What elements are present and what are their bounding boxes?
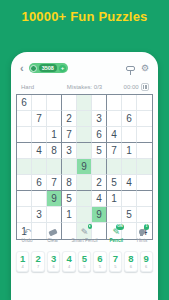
cell-r4c8[interactable]: 1 — [122, 143, 137, 159]
clear-button[interactable]: Clear — [46, 227, 60, 243]
timer-label: 00:00 — [124, 84, 139, 90]
ad-badge-icon — [88, 224, 93, 229]
cell-r6c9[interactable] — [137, 175, 152, 191]
cell-r1c7[interactable] — [107, 95, 122, 111]
cell-r4c5[interactable] — [77, 143, 92, 159]
cell-r6c5[interactable] — [77, 175, 92, 191]
key-remaining-count: 6 — [130, 265, 132, 269]
settings-gear-icon[interactable]: ⚙ — [141, 64, 149, 73]
cell-r1c8[interactable] — [122, 95, 137, 111]
cell-r1c3[interactable] — [47, 95, 62, 111]
key-digit: 5 — [82, 254, 87, 264]
cell-r7c7[interactable]: 1 — [107, 191, 122, 207]
cell-r6c8[interactable]: 4 — [122, 175, 137, 191]
undo-button[interactable]: ↶Undo — [20, 227, 34, 243]
cell-r5c9[interactable] — [137, 159, 152, 175]
cell-r4c3[interactable]: 8 — [47, 143, 62, 159]
cell-r4c6[interactable]: 5 — [92, 143, 107, 159]
cell-r7c4[interactable]: 5 — [62, 191, 77, 207]
action-bar: ↶UndoClear✎Smart Pencil✎ONPencil1Hints — [11, 227, 158, 243]
cell-r2c4[interactable]: 2 — [62, 111, 77, 127]
screenshot-root: 10000+ Fun Puzzles ‹ 3508 + ⚙ Hard Mista… — [0, 0, 169, 300]
cell-r7c9[interactable] — [137, 191, 152, 207]
key-digit: 4 — [66, 254, 71, 264]
coin-count: 3508 — [39, 64, 57, 72]
numpad-key-6[interactable]: 65 — [93, 251, 106, 272]
game-header: ‹ 3508 + ⚙ — [11, 61, 158, 75]
cell-r2c8[interactable]: 6 — [122, 111, 137, 127]
key-remaining-count: 5 — [99, 265, 101, 269]
cell-r5c1[interactable] — [17, 159, 32, 175]
cell-r8c3[interactable] — [47, 207, 62, 223]
cell-r5c6[interactable] — [92, 159, 107, 175]
cell-r7c3[interactable]: 9 — [47, 191, 62, 207]
key-remaining-count: 6 — [52, 265, 54, 269]
cell-r6c6[interactable]: 2 — [92, 175, 107, 191]
cell-r3c9[interactable] — [137, 127, 152, 143]
key-remaining-count: 5 — [114, 265, 116, 269]
cell-r3c8[interactable] — [122, 127, 137, 143]
cell-r8c7[interactable] — [107, 207, 122, 223]
cell-r6c7[interactable]: 5 — [107, 175, 122, 191]
cell-r3c5[interactable] — [77, 127, 92, 143]
cell-r1c4[interactable] — [62, 95, 77, 111]
status-row: Hard Mistakes: 0/3 00:00 — [11, 83, 158, 91]
promo-banner-title: 10000+ Fun Puzzles — [0, 9, 169, 24]
cell-r5c8[interactable] — [122, 159, 137, 175]
add-coins-button[interactable]: + — [59, 65, 66, 72]
number-pad: 142736445565758696 — [11, 251, 158, 272]
cell-r8c9[interactable] — [137, 207, 152, 223]
key-digit: 2 — [36, 254, 41, 264]
cell-r8c1[interactable] — [17, 207, 32, 223]
cell-r5c2[interactable] — [32, 159, 47, 175]
numpad-key-4[interactable]: 44 — [62, 251, 75, 272]
smart-pencil-button[interactable]: ✎Smart Pencil — [71, 227, 97, 243]
undo-label: Undo — [22, 238, 33, 243]
cell-r2c3[interactable] — [47, 111, 62, 127]
cell-r6c3[interactable]: 7 — [47, 175, 62, 191]
clear-label: Clear — [47, 238, 58, 243]
cell-r3c6[interactable]: 6 — [92, 127, 107, 143]
coin-icon — [30, 65, 37, 72]
cell-r1c9[interactable] — [137, 95, 152, 111]
numpad-key-7[interactable]: 75 — [109, 251, 122, 272]
key-remaining-count: 4 — [22, 265, 24, 269]
numpad-key-9[interactable]: 96 — [140, 251, 153, 272]
cell-r2c2[interactable]: 7 — [32, 111, 47, 127]
cell-r8c4[interactable]: 1 — [62, 207, 77, 223]
numpad-key-2[interactable]: 27 — [31, 251, 44, 272]
cell-r5c4[interactable] — [62, 159, 77, 175]
hints-button[interactable]: 1Hints — [135, 227, 149, 243]
cell-r8c5[interactable] — [77, 207, 92, 223]
cell-r3c1[interactable] — [17, 127, 32, 143]
key-digit: 6 — [97, 254, 102, 264]
cell-r7c1[interactable] — [17, 191, 32, 207]
key-remaining-count: 6 — [145, 265, 147, 269]
cell-r1c6[interactable] — [92, 95, 107, 111]
undo-icon: ↶ — [23, 227, 31, 237]
hints-badge: 1 — [144, 224, 149, 230]
cell-r1c2[interactable] — [32, 95, 47, 111]
cell-r7c8[interactable] — [122, 191, 137, 207]
key-digit: 9 — [144, 254, 149, 264]
cell-r1c5[interactable] — [77, 95, 92, 111]
cell-r3c2[interactable] — [32, 127, 47, 143]
cell-r2c6[interactable]: 3 — [92, 111, 107, 127]
cell-r3c3[interactable]: 1 — [47, 127, 62, 143]
pencil-badge: ON — [116, 224, 124, 230]
cell-r2c1[interactable] — [17, 111, 32, 127]
phone-mockup: ‹ 3508 + ⚙ Hard Mistakes: 0/3 00:00 6723… — [11, 52, 158, 300]
cell-r6c1[interactable] — [17, 175, 32, 191]
cell-r6c2[interactable]: 6 — [32, 175, 47, 191]
cell-r7c5[interactable] — [77, 191, 92, 207]
key-remaining-count: 4 — [68, 265, 70, 269]
pencil-button[interactable]: ✎ONPencil — [109, 227, 123, 243]
key-digit: 1 — [20, 254, 25, 264]
cell-r4c9[interactable] — [137, 143, 152, 159]
cell-r1c1[interactable]: 6 — [17, 95, 32, 111]
back-button[interactable]: ‹ — [20, 63, 24, 73]
eraser-icon — [48, 229, 57, 237]
key-remaining-count: 5 — [83, 265, 85, 269]
cell-r3c7[interactable]: 4 — [107, 127, 122, 143]
cell-r5c5[interactable]: 9 — [77, 159, 92, 175]
numpad-key-5[interactable]: 55 — [78, 251, 91, 272]
cell-r3c4[interactable]: 7 — [62, 127, 77, 143]
cell-r2c7[interactable] — [107, 111, 122, 127]
cell-r2c5[interactable] — [77, 111, 92, 127]
pause-button[interactable] — [141, 83, 149, 91]
key-remaining-count: 7 — [37, 265, 39, 269]
cell-r5c3[interactable] — [47, 159, 62, 175]
cell-r7c2[interactable] — [32, 191, 47, 207]
sudoku-board: 67236176448357196782549541319514 — [16, 94, 153, 240]
numpad-key-1[interactable]: 14 — [16, 251, 29, 272]
cell-r8c8[interactable]: 5 — [122, 207, 137, 223]
cell-r8c2[interactable]: 3 — [32, 207, 47, 223]
cell-r4c7[interactable]: 7 — [107, 143, 122, 159]
cell-r4c2[interactable]: 4 — [32, 143, 47, 159]
cell-r4c1[interactable] — [17, 143, 32, 159]
cell-r7c6[interactable]: 4 — [92, 191, 107, 207]
pencil-label: Pencil — [109, 238, 123, 243]
cell-r2c9[interactable] — [137, 111, 152, 127]
key-digit: 7 — [113, 254, 118, 264]
hints-label: Hints — [137, 238, 147, 243]
numpad-key-3[interactable]: 36 — [47, 251, 60, 272]
numpad-key-8[interactable]: 86 — [124, 251, 137, 272]
cell-r5c7[interactable] — [107, 159, 122, 175]
smart-pencil-icon: ✎ — [81, 227, 89, 237]
key-digit: 8 — [128, 254, 133, 264]
cell-r8c6[interactable]: 9 — [92, 207, 107, 223]
smart-pencil-label: Smart Pencil — [71, 238, 97, 243]
cell-r4c4[interactable]: 3 — [62, 143, 77, 159]
cell-r6c4[interactable]: 8 — [62, 175, 77, 191]
key-digit: 3 — [51, 254, 56, 264]
theme-brush-icon[interactable] — [126, 66, 135, 71]
coin-counter[interactable]: 3508 + — [29, 63, 68, 73]
